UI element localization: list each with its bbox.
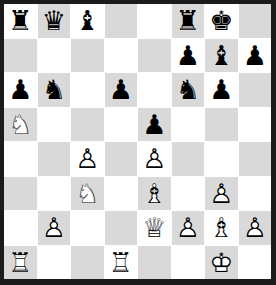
- piece-black-pawn: ♟: [243, 42, 267, 69]
- square-c3[interactable]: ♘: [71, 177, 104, 211]
- piece-black-rook: ♜: [8, 7, 32, 34]
- square-f6[interactable]: ♞: [172, 73, 205, 107]
- square-c7[interactable]: [71, 39, 104, 73]
- square-d5[interactable]: [105, 108, 138, 142]
- square-a4[interactable]: [4, 142, 37, 176]
- square-h1[interactable]: [239, 246, 272, 280]
- square-c1[interactable]: [71, 246, 104, 280]
- piece-glyph: ♙: [42, 212, 66, 243]
- piece-black-king: ♚: [209, 7, 233, 34]
- piece-black-pawn: ♟: [8, 76, 32, 103]
- square-h7[interactable]: ♟: [239, 39, 272, 73]
- piece-glyph: ♟: [176, 40, 200, 71]
- square-e8[interactable]: [138, 4, 171, 38]
- square-h2[interactable]: ♙: [239, 211, 272, 245]
- square-c5[interactable]: [71, 108, 104, 142]
- square-f3[interactable]: [172, 177, 205, 211]
- piece-white-pawn: ♙: [243, 214, 267, 241]
- piece-glyph: ♞: [42, 74, 66, 105]
- square-h4[interactable]: [239, 142, 272, 176]
- square-e5[interactable]: ♟: [138, 108, 171, 142]
- square-b6[interactable]: ♞: [38, 73, 71, 107]
- square-g1[interactable]: ♔: [205, 246, 238, 280]
- piece-black-pawn: ♟: [142, 111, 166, 138]
- square-f5[interactable]: [172, 108, 205, 142]
- piece-black-queen: ♛: [42, 7, 66, 34]
- piece-white-king: ♔: [209, 249, 233, 276]
- square-h8[interactable]: [239, 4, 272, 38]
- square-c6[interactable]: [71, 73, 104, 107]
- square-d1[interactable]: ♖: [105, 246, 138, 280]
- piece-glyph: ♝: [209, 40, 233, 71]
- piece-white-pawn: ♙: [142, 145, 166, 172]
- square-f2[interactable]: ♙: [172, 211, 205, 245]
- square-b8[interactable]: ♛: [38, 4, 71, 38]
- square-b1[interactable]: [38, 246, 71, 280]
- chess-board-frame: ♜♛♝♜♚♟♝♟♟♞♟♞♟♘♟♙♙♘♗♙♙♕♙♗♙♖♖♔: [0, 0, 276, 285]
- square-h3[interactable]: [239, 177, 272, 211]
- square-c2[interactable]: [71, 211, 104, 245]
- square-b2[interactable]: ♙: [38, 211, 71, 245]
- square-h5[interactable]: [239, 108, 272, 142]
- square-g3[interactable]: ♙: [205, 177, 238, 211]
- square-a2[interactable]: [4, 211, 37, 245]
- square-d4[interactable]: [105, 142, 138, 176]
- square-b3[interactable]: [38, 177, 71, 211]
- piece-black-bishop: ♝: [75, 7, 99, 34]
- square-e3[interactable]: ♗: [138, 177, 171, 211]
- piece-glyph: ♗: [142, 178, 166, 209]
- square-g2[interactable]: ♗: [205, 211, 238, 245]
- piece-glyph: ♙: [75, 143, 99, 174]
- piece-glyph: ♕: [142, 212, 166, 243]
- piece-white-rook: ♖: [8, 249, 32, 276]
- piece-glyph: ♟: [209, 74, 233, 105]
- square-a6[interactable]: ♟: [4, 73, 37, 107]
- piece-black-rook: ♜: [176, 7, 200, 34]
- square-g7[interactable]: ♝: [205, 39, 238, 73]
- piece-glyph: ♖: [109, 247, 133, 278]
- piece-glyph: ♙: [243, 212, 267, 243]
- piece-glyph: ♟: [243, 40, 267, 71]
- piece-black-knight: ♞: [42, 76, 66, 103]
- piece-white-pawn: ♙: [209, 180, 233, 207]
- square-e7[interactable]: [138, 39, 171, 73]
- piece-glyph: ♝: [75, 5, 99, 36]
- piece-glyph: ♟: [109, 74, 133, 105]
- piece-white-rook: ♖: [109, 249, 133, 276]
- square-d2[interactable]: [105, 211, 138, 245]
- piece-black-pawn: ♟: [209, 76, 233, 103]
- piece-glyph: ♟: [142, 109, 166, 140]
- square-e2[interactable]: ♕: [138, 211, 171, 245]
- piece-white-knight: ♘: [75, 180, 99, 207]
- chess-board: ♜♛♝♜♚♟♝♟♟♞♟♞♟♘♟♙♙♘♗♙♙♕♙♗♙♖♖♔: [4, 4, 271, 279]
- piece-white-queen: ♕: [142, 214, 166, 241]
- square-b4[interactable]: [38, 142, 71, 176]
- square-d8[interactable]: [105, 4, 138, 38]
- piece-glyph: ♙: [142, 143, 166, 174]
- square-a1[interactable]: ♖: [4, 246, 37, 280]
- piece-white-pawn: ♙: [176, 214, 200, 241]
- square-g6[interactable]: ♟: [205, 73, 238, 107]
- square-g8[interactable]: ♚: [205, 4, 238, 38]
- piece-glyph: ♚: [209, 5, 233, 36]
- square-e4[interactable]: ♙: [138, 142, 171, 176]
- square-a7[interactable]: [4, 39, 37, 73]
- square-e6[interactable]: [138, 73, 171, 107]
- piece-white-bishop: ♗: [209, 214, 233, 241]
- square-a5[interactable]: ♘: [4, 108, 37, 142]
- piece-white-bishop: ♗: [142, 180, 166, 207]
- piece-glyph: ♜: [8, 5, 32, 36]
- square-f4[interactable]: [172, 142, 205, 176]
- square-b5[interactable]: [38, 108, 71, 142]
- square-d6[interactable]: ♟: [105, 73, 138, 107]
- square-b7[interactable]: [38, 39, 71, 73]
- square-f8[interactable]: ♜: [172, 4, 205, 38]
- piece-white-pawn: ♙: [75, 145, 99, 172]
- piece-black-bishop: ♝: [209, 42, 233, 69]
- square-h6[interactable]: [239, 73, 272, 107]
- piece-glyph: ♙: [209, 178, 233, 209]
- piece-glyph: ♔: [209, 247, 233, 278]
- square-f1[interactable]: [172, 246, 205, 280]
- piece-glyph: ♗: [209, 212, 233, 243]
- piece-glyph: ♟: [8, 74, 32, 105]
- square-d7[interactable]: [105, 39, 138, 73]
- square-c8[interactable]: ♝: [71, 4, 104, 38]
- square-a3[interactable]: [4, 177, 37, 211]
- square-f7[interactable]: ♟: [172, 39, 205, 73]
- square-a8[interactable]: ♜: [4, 4, 37, 38]
- square-d3[interactable]: [105, 177, 138, 211]
- square-e1[interactable]: [138, 246, 171, 280]
- square-g5[interactable]: [205, 108, 238, 142]
- square-g4[interactable]: [205, 142, 238, 176]
- piece-white-knight: ♘: [8, 111, 32, 138]
- piece-black-pawn: ♟: [176, 42, 200, 69]
- piece-white-pawn: ♙: [42, 214, 66, 241]
- square-c4[interactable]: ♙: [71, 142, 104, 176]
- piece-black-pawn: ♟: [109, 76, 133, 103]
- piece-black-knight: ♞: [176, 76, 200, 103]
- piece-glyph: ♜: [176, 5, 200, 36]
- piece-glyph: ♘: [75, 178, 99, 209]
- piece-glyph: ♛: [42, 5, 66, 36]
- piece-glyph: ♘: [8, 109, 32, 140]
- piece-glyph: ♖: [8, 247, 32, 278]
- piece-glyph: ♞: [176, 74, 200, 105]
- piece-glyph: ♙: [176, 212, 200, 243]
